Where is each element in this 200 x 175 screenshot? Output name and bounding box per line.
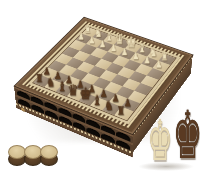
checker-stack <box>40 142 57 168</box>
black-rook: ♜ <box>34 73 45 84</box>
display-king-walnut: ♚ <box>173 103 200 169</box>
black-king: ♚ <box>80 86 91 103</box>
white-pawn: ♟ <box>154 60 164 70</box>
white-pawn: ♟ <box>142 55 152 65</box>
display-king-white: ♚ <box>148 113 173 169</box>
white-pawn: ♟ <box>131 51 141 61</box>
black-bishop: ♝ <box>91 93 102 107</box>
checker-stack <box>8 142 25 168</box>
black-queen: ♛ <box>68 83 79 98</box>
white-pawn: ♟ <box>76 32 86 42</box>
black-knight: ♞ <box>45 76 56 88</box>
white-pawn: ♟ <box>109 43 119 53</box>
square-e4 <box>106 63 124 74</box>
white-pawn: ♟ <box>120 47 130 57</box>
white-pawn: ♟ <box>98 40 108 50</box>
display-pieces: ♚ ♚ <box>136 102 198 172</box>
checker-stack <box>24 142 41 168</box>
checker-light <box>40 145 58 159</box>
checkers-stack-group <box>8 142 56 168</box>
black-bishop: ♝ <box>57 80 68 94</box>
black-rook: ♜ <box>115 105 126 117</box>
black-knight: ♞ <box>103 99 114 112</box>
white-pawn: ♟ <box>87 36 97 46</box>
product-photo-scene: ♜♞♝♛♚♝♞♜♟♟♟♟♟♟♟♟♟♟♟♟♟♟♟♟♜♞♝♛♚♝♞♜ ♚ ♚ <box>0 0 200 175</box>
